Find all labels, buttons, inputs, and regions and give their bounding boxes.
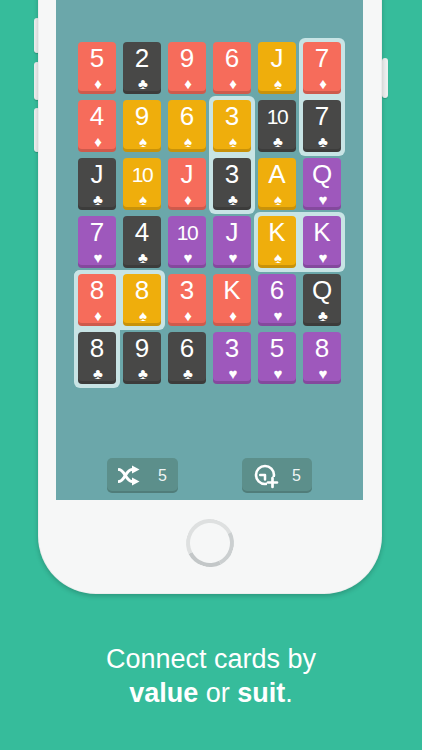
card-8s[interactable]: 8♠ bbox=[123, 274, 161, 326]
card-value: 5 bbox=[78, 45, 116, 71]
heart-icon: ♥ bbox=[215, 366, 251, 382]
club-icon: ♣ bbox=[305, 134, 341, 150]
card-value: 10 bbox=[168, 219, 206, 247]
spade-icon: ♠ bbox=[170, 134, 206, 150]
club-icon: ♣ bbox=[260, 134, 296, 150]
diamond-icon: ♦ bbox=[170, 192, 206, 208]
card-value: J bbox=[78, 161, 116, 187]
card-Tc[interactable]: 10♣ bbox=[258, 100, 296, 152]
shuffle-button[interactable]: 5 bbox=[107, 458, 178, 493]
diamond-icon: ♦ bbox=[80, 134, 116, 150]
card-value: 7 bbox=[303, 103, 341, 129]
card-5d[interactable]: 5♦ bbox=[78, 42, 116, 94]
caption-line1: Connect cards by bbox=[0, 642, 422, 676]
card-5h[interactable]: 5♥ bbox=[258, 332, 296, 384]
card-Qc[interactable]: Q♣ bbox=[303, 274, 341, 326]
card-Jh[interactable]: J♥ bbox=[213, 216, 251, 268]
card-8c[interactable]: 8♣ bbox=[78, 332, 116, 384]
heart-icon: ♥ bbox=[305, 366, 341, 382]
card-value: J bbox=[168, 161, 206, 187]
diamond-icon: ♦ bbox=[170, 76, 206, 92]
card-9c[interactable]: 9♣ bbox=[123, 332, 161, 384]
card-Js[interactable]: J♠ bbox=[258, 42, 296, 94]
card-value: K bbox=[213, 277, 251, 303]
card-4d[interactable]: 4♦ bbox=[78, 100, 116, 152]
extra-time-button[interactable]: 5 bbox=[242, 458, 312, 493]
shuffle-count: 5 bbox=[158, 467, 167, 485]
card-4c[interactable]: 4♣ bbox=[123, 216, 161, 268]
spade-icon: ♠ bbox=[260, 192, 296, 208]
card-value: 7 bbox=[78, 219, 116, 245]
heart-icon: ♥ bbox=[260, 308, 296, 324]
card-6h[interactable]: 6♥ bbox=[258, 274, 296, 326]
spade-icon: ♠ bbox=[215, 134, 251, 150]
card-value: 8 bbox=[78, 335, 116, 361]
card-grid: 5♦2♣9♦6♦J♠7♦4♦9♠6♠3♠10♣7♣J♣10♠J♦3♣A♠Q♥7♥… bbox=[78, 42, 341, 384]
card-value: 5 bbox=[258, 335, 296, 361]
heart-icon: ♥ bbox=[260, 366, 296, 382]
diamond-icon: ♦ bbox=[80, 308, 116, 324]
caption: Connect cards by value or suit. bbox=[0, 642, 422, 710]
spade-icon: ♠ bbox=[125, 308, 161, 324]
card-6d[interactable]: 6♦ bbox=[213, 42, 251, 94]
card-value: 6 bbox=[258, 277, 296, 303]
card-value: 3 bbox=[213, 161, 251, 187]
extra-time-count: 5 bbox=[292, 467, 301, 485]
card-value: 2 bbox=[123, 45, 161, 71]
card-3h[interactable]: 3♥ bbox=[213, 332, 251, 384]
card-value: 3 bbox=[213, 103, 251, 129]
diamond-icon: ♦ bbox=[80, 76, 116, 92]
card-As[interactable]: A♠ bbox=[258, 158, 296, 210]
card-6c[interactable]: 6♣ bbox=[168, 332, 206, 384]
club-icon: ♣ bbox=[125, 76, 161, 92]
spade-icon: ♠ bbox=[260, 76, 296, 92]
spade-icon: ♠ bbox=[260, 250, 296, 266]
card-Jd[interactable]: J♦ bbox=[168, 158, 206, 210]
card-3c[interactable]: 3♣ bbox=[213, 158, 251, 210]
card-Th[interactable]: 10♥ bbox=[168, 216, 206, 268]
card-8d[interactable]: 8♦ bbox=[78, 274, 116, 326]
heart-icon: ♥ bbox=[170, 250, 206, 266]
card-value: 6 bbox=[168, 335, 206, 361]
card-6s[interactable]: 6♠ bbox=[168, 100, 206, 152]
clock-plus-icon bbox=[253, 463, 279, 489]
card-3s[interactable]: 3♠ bbox=[213, 100, 251, 152]
card-7c[interactable]: 7♣ bbox=[303, 100, 341, 152]
diamond-icon: ♦ bbox=[215, 308, 251, 324]
card-value: A bbox=[258, 161, 296, 187]
card-Ks[interactable]: K♠ bbox=[258, 216, 296, 268]
card-9s[interactable]: 9♠ bbox=[123, 100, 161, 152]
card-7d[interactable]: 7♦ bbox=[303, 42, 341, 94]
card-value: 9 bbox=[123, 103, 161, 129]
promo-screenshot: 5♦2♣9♦6♦J♠7♦4♦9♠6♠3♠10♣7♣J♣10♠J♦3♣A♠Q♥7♥… bbox=[0, 0, 422, 750]
spade-icon: ♠ bbox=[125, 134, 161, 150]
club-icon: ♣ bbox=[125, 366, 161, 382]
card-Ts[interactable]: 10♠ bbox=[123, 158, 161, 210]
diamond-icon: ♦ bbox=[305, 76, 341, 92]
club-icon: ♣ bbox=[80, 366, 116, 382]
card-value: Q bbox=[303, 161, 341, 187]
power-button bbox=[382, 58, 388, 98]
card-3d[interactable]: 3♦ bbox=[168, 274, 206, 326]
card-value: 8 bbox=[78, 277, 116, 303]
caption-line2: value or suit. bbox=[0, 676, 422, 710]
club-icon: ♣ bbox=[80, 192, 116, 208]
heart-icon: ♥ bbox=[80, 250, 116, 266]
card-9d[interactable]: 9♦ bbox=[168, 42, 206, 94]
card-7h[interactable]: 7♥ bbox=[78, 216, 116, 268]
club-icon: ♣ bbox=[125, 250, 161, 266]
heart-icon: ♥ bbox=[215, 250, 251, 266]
card-Jc[interactable]: J♣ bbox=[78, 158, 116, 210]
card-value: Q bbox=[303, 277, 341, 303]
card-value: 3 bbox=[168, 277, 206, 303]
card-2c[interactable]: 2♣ bbox=[123, 42, 161, 94]
card-8h[interactable]: 8♥ bbox=[303, 332, 341, 384]
diamond-icon: ♦ bbox=[170, 308, 206, 324]
card-value: 6 bbox=[168, 103, 206, 129]
heart-icon: ♥ bbox=[305, 250, 341, 266]
card-value: 8 bbox=[303, 335, 341, 361]
card-value: 7 bbox=[303, 45, 341, 71]
card-value: 3 bbox=[213, 335, 251, 361]
card-value: J bbox=[258, 45, 296, 71]
card-Qh[interactable]: Q♥ bbox=[303, 158, 341, 210]
card-value: J bbox=[213, 219, 251, 245]
card-value: 10 bbox=[258, 103, 296, 131]
card-Kh[interactable]: K♥ bbox=[303, 216, 341, 268]
card-Kd[interactable]: K♦ bbox=[213, 274, 251, 326]
shuffle-icon bbox=[118, 465, 142, 486]
spade-icon: ♠ bbox=[125, 192, 161, 208]
card-value: 6 bbox=[213, 45, 251, 71]
heart-icon: ♥ bbox=[305, 192, 341, 208]
card-value: K bbox=[258, 219, 296, 245]
diamond-icon: ♦ bbox=[215, 76, 251, 92]
card-value: 4 bbox=[123, 219, 161, 245]
card-value: 8 bbox=[123, 277, 161, 303]
club-icon: ♣ bbox=[215, 192, 251, 208]
card-value: 9 bbox=[168, 45, 206, 71]
card-value: 10 bbox=[123, 161, 161, 189]
card-value: K bbox=[303, 219, 341, 245]
card-value: 4 bbox=[78, 103, 116, 129]
card-value: 9 bbox=[123, 335, 161, 361]
club-icon: ♣ bbox=[305, 308, 341, 324]
club-icon: ♣ bbox=[170, 366, 206, 382]
